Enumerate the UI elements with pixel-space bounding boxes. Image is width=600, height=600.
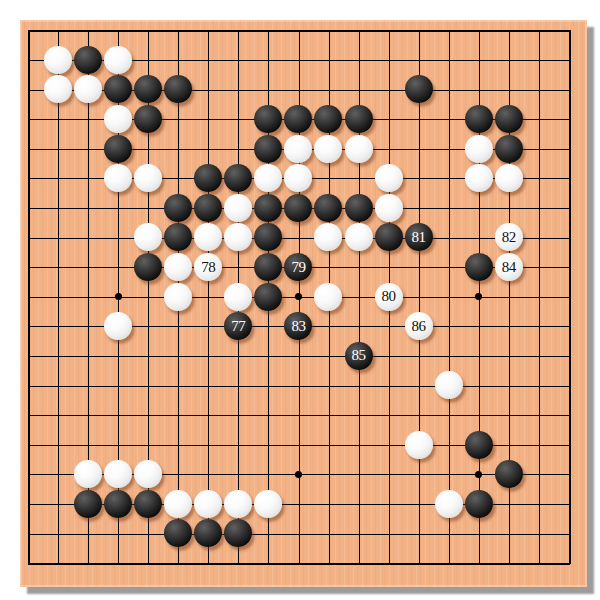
stone-white[interactable] <box>164 253 192 281</box>
stone-white[interactable] <box>314 135 342 163</box>
stone-white[interactable] <box>164 490 192 518</box>
move-number-label: 82 <box>502 230 516 245</box>
stone-black-move-83[interactable]: 83 <box>284 312 312 340</box>
stone-white[interactable] <box>405 431 433 459</box>
stone-black[interactable] <box>254 135 282 163</box>
stone-white[interactable] <box>224 223 252 251</box>
stone-black[interactable] <box>345 105 373 133</box>
stone-black[interactable] <box>314 194 342 222</box>
stone-black[interactable] <box>465 253 493 281</box>
stone-white[interactable] <box>104 164 132 192</box>
stone-white[interactable] <box>134 460 162 488</box>
stone-white[interactable] <box>254 164 282 192</box>
stone-black[interactable] <box>375 223 403 251</box>
go-board[interactable]: 81827879848077838685 <box>20 20 587 587</box>
stone-black[interactable] <box>194 194 222 222</box>
stone-white[interactable] <box>224 283 252 311</box>
stone-white-move-78[interactable]: 78 <box>194 253 222 281</box>
move-number-label: 77 <box>231 319 245 334</box>
stone-white-move-80[interactable]: 80 <box>375 283 403 311</box>
stone-black[interactable] <box>254 253 282 281</box>
stone-black[interactable] <box>134 105 162 133</box>
stone-black[interactable] <box>74 46 102 74</box>
stone-black-move-79[interactable]: 79 <box>284 253 312 281</box>
stone-black-move-77[interactable]: 77 <box>224 312 252 340</box>
stone-black[interactable] <box>284 105 312 133</box>
stone-black[interactable] <box>495 135 523 163</box>
stone-white[interactable] <box>435 490 463 518</box>
stone-white[interactable] <box>345 135 373 163</box>
stone-black[interactable] <box>164 519 192 547</box>
stone-black[interactable] <box>164 194 192 222</box>
stone-black[interactable] <box>104 75 132 103</box>
stone-white[interactable] <box>194 223 222 251</box>
stone-white[interactable] <box>224 490 252 518</box>
stone-black[interactable] <box>254 223 282 251</box>
stone-black[interactable] <box>194 519 222 547</box>
move-number-label: 78 <box>201 260 215 275</box>
stone-black[interactable] <box>254 194 282 222</box>
stone-black-move-81[interactable]: 81 <box>405 223 433 251</box>
stone-black[interactable] <box>134 253 162 281</box>
move-number-label: 83 <box>291 319 305 334</box>
stone-black[interactable] <box>405 75 433 103</box>
stone-black[interactable] <box>314 105 342 133</box>
move-number-label: 86 <box>412 319 426 334</box>
move-number-label: 85 <box>352 348 366 363</box>
stone-white[interactable] <box>284 164 312 192</box>
stone-white[interactable] <box>284 135 312 163</box>
stone-black-move-85[interactable]: 85 <box>345 342 373 370</box>
stone-white[interactable] <box>104 105 132 133</box>
stone-white[interactable] <box>314 223 342 251</box>
move-number-label: 79 <box>291 260 305 275</box>
stone-white[interactable] <box>164 283 192 311</box>
stone-white[interactable] <box>465 164 493 192</box>
stone-white[interactable] <box>254 490 282 518</box>
stone-black[interactable] <box>254 283 282 311</box>
stone-white-move-82[interactable]: 82 <box>495 223 523 251</box>
move-number-label: 80 <box>382 289 396 304</box>
move-number-label: 81 <box>412 230 426 245</box>
stone-white[interactable] <box>104 46 132 74</box>
stone-white[interactable] <box>74 75 102 103</box>
stone-white[interactable] <box>375 194 403 222</box>
stone-black[interactable] <box>194 164 222 192</box>
stone-white[interactable] <box>134 223 162 251</box>
stone-black[interactable] <box>284 194 312 222</box>
stone-black[interactable] <box>465 105 493 133</box>
stone-white[interactable] <box>74 460 102 488</box>
move-number-label: 84 <box>502 260 516 275</box>
stone-white[interactable] <box>134 164 162 192</box>
stone-black[interactable] <box>164 75 192 103</box>
stone-white[interactable] <box>194 490 222 518</box>
page: { "game": "Go (19x19 goban)", "window": … <box>0 0 600 600</box>
stone-white[interactable] <box>435 371 463 399</box>
stone-black[interactable] <box>224 164 252 192</box>
stone-white[interactable] <box>314 283 342 311</box>
stones-grid: 81827879848077838685 <box>13 16 584 578</box>
stone-white[interactable] <box>44 46 72 74</box>
stone-black[interactable] <box>254 105 282 133</box>
stone-black[interactable] <box>495 460 523 488</box>
stone-black[interactable] <box>104 490 132 518</box>
stone-black[interactable] <box>134 490 162 518</box>
stone-black[interactable] <box>104 135 132 163</box>
stone-white-move-86[interactable]: 86 <box>405 312 433 340</box>
stone-black[interactable] <box>345 194 373 222</box>
stone-white[interactable] <box>104 460 132 488</box>
stone-black[interactable] <box>134 75 162 103</box>
stone-black[interactable] <box>224 519 252 547</box>
stone-white[interactable] <box>375 164 403 192</box>
stone-white[interactable] <box>465 135 493 163</box>
stone-white[interactable] <box>224 194 252 222</box>
stone-black[interactable] <box>495 105 523 133</box>
stone-black[interactable] <box>164 223 192 251</box>
stone-white[interactable] <box>345 223 373 251</box>
stone-white[interactable] <box>44 75 72 103</box>
stone-black[interactable] <box>465 431 493 459</box>
stone-white-move-84[interactable]: 84 <box>495 253 523 281</box>
stone-white[interactable] <box>495 164 523 192</box>
stone-white[interactable] <box>104 312 132 340</box>
stone-black[interactable] <box>465 490 493 518</box>
stone-black[interactable] <box>74 490 102 518</box>
